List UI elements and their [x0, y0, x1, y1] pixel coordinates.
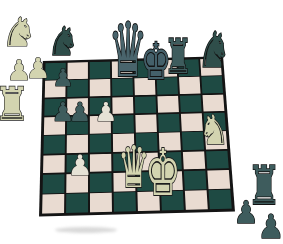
black-pawn-a7[interactable]: ♟: [52, 66, 74, 90]
square-f5[interactable]: [158, 114, 180, 132]
white-knight-offboard[interactable]: ♞: [1, 12, 37, 52]
square-f6[interactable]: [157, 95, 179, 113]
square-g1[interactable]: [184, 190, 207, 209]
square-h2[interactable]: [207, 170, 230, 189]
black-knight-g8[interactable]: ♞: [197, 26, 231, 75]
shadow-smudge: [55, 227, 117, 233]
black-pawn-b6[interactable]: ♟: [68, 99, 91, 125]
square-a3[interactable]: [43, 155, 65, 174]
square-c3[interactable]: [90, 153, 112, 172]
square-c4[interactable]: [90, 134, 112, 152]
square-b1[interactable]: [66, 193, 88, 212]
square-g2[interactable]: [183, 170, 206, 189]
square-c1[interactable]: [90, 193, 112, 212]
white-pawn-c6[interactable]: ♟: [94, 99, 117, 125]
square-a4[interactable]: [43, 136, 65, 154]
square-c2[interactable]: [90, 173, 112, 192]
square-a2[interactable]: [43, 174, 65, 193]
white-knight-h5[interactable]: ♞: [199, 109, 229, 150]
square-g3[interactable]: [182, 151, 205, 170]
white-rook-offboard[interactable]: ♜: [0, 81, 30, 127]
square-e5[interactable]: [135, 114, 157, 132]
square-a1[interactable]: [42, 194, 65, 213]
white-pawn-b4[interactable]: ♟: [67, 152, 92, 180]
white-king-e2[interactable]: ♚: [145, 141, 181, 205]
black-pawn-offboard-1[interactable]: ♟: [233, 197, 258, 228]
black-knight-a8[interactable]: ♞: [47, 22, 79, 62]
square-h7[interactable]: [201, 76, 223, 93]
black-pawn-offboard-2[interactable]: ♟: [258, 210, 283, 243]
square-e6[interactable]: [135, 96, 157, 114]
square-h1[interactable]: [208, 190, 232, 209]
black-rook-f8[interactable]: ♜: [164, 32, 193, 80]
chess-illustration-canvas: ♞♟♟♜♞♟♟♛♚♜♞♟♟♟♞♛♚♜♟♟: [0, 0, 283, 244]
